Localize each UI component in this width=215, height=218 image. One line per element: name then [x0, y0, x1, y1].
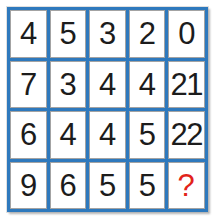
- puzzle-grid: 453207344216445229655?: [7, 7, 208, 212]
- cell-r1c3: 4: [129, 61, 166, 109]
- cell-r3c0: 9: [10, 162, 47, 210]
- cell-r0c4: 0: [168, 10, 205, 58]
- cell-r3c1: 6: [50, 162, 87, 210]
- cell-r0c3: 2: [129, 10, 166, 58]
- cell-r2c0: 6: [10, 111, 47, 159]
- cell-r3c2: 5: [89, 162, 126, 210]
- cell-r3c3: 5: [129, 162, 166, 210]
- cell-r1c4: 21: [168, 61, 205, 109]
- cell-r1c1: 3: [50, 61, 87, 109]
- unknown-cell-r3c4: ?: [168, 162, 205, 210]
- cell-r2c3: 5: [129, 111, 166, 159]
- cell-r2c4: 22: [168, 111, 205, 159]
- cell-r1c2: 4: [89, 61, 126, 109]
- cell-r2c2: 4: [89, 111, 126, 159]
- cell-r0c0: 4: [10, 10, 47, 58]
- cell-r2c1: 4: [50, 111, 87, 159]
- cell-r0c2: 3: [89, 10, 126, 58]
- cell-r1c0: 7: [10, 61, 47, 109]
- cell-r0c1: 5: [50, 10, 87, 58]
